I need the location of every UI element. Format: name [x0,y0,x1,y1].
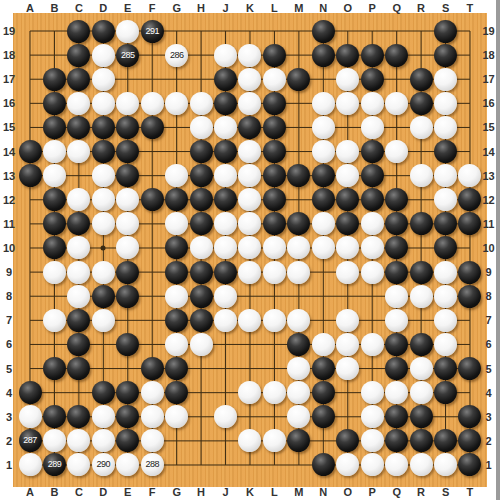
row-label: 15 [482,121,494,133]
row-label: 17 [3,73,15,85]
column-label: C [75,2,83,14]
move-number-label: 289 [48,460,62,469]
column-label: O [343,486,352,498]
black-stone-N19[interactable] [312,20,335,43]
black-stone-A4[interactable] [19,381,42,404]
white-stone-M9[interactable] [287,261,310,284]
column-label: B [50,2,58,14]
row-label: 1 [6,459,12,471]
black-stone-P14[interactable] [361,140,384,163]
row-label: 9 [485,266,491,278]
white-stone-G18[interactable]: 286 [165,44,188,67]
white-stone-J7[interactable] [214,309,237,332]
column-label: T [467,486,474,498]
black-stone-T9[interactable] [458,261,481,284]
row-label: 17 [482,73,494,85]
column-label: R [417,2,425,14]
black-stone-O18[interactable] [336,44,359,67]
black-stone-H9[interactable] [190,261,213,284]
black-stone-R3[interactable] [410,405,433,428]
black-stone-C18[interactable] [67,44,90,67]
column-label: H [197,2,205,14]
black-stone-F5[interactable] [141,357,164,380]
white-stone-R4[interactable] [410,381,433,404]
column-label: E [124,486,131,498]
black-stone-F12[interactable] [141,188,164,211]
white-stone-D18[interactable] [92,44,115,67]
black-stone-B5[interactable] [43,357,66,380]
white-stone-N6[interactable] [312,333,335,356]
white-stone-C9[interactable] [67,261,90,284]
white-stone-D12[interactable] [92,188,115,211]
row-label: 7 [6,314,12,326]
star-point [101,245,106,250]
row-label: 8 [485,290,491,302]
black-stone-L16[interactable] [263,92,286,115]
black-stone-L18[interactable] [263,44,286,67]
white-stone-N14[interactable] [312,140,335,163]
row-label: 7 [485,314,491,326]
row-label: 11 [3,218,15,230]
black-stone-A14[interactable] [19,140,42,163]
white-stone-S7[interactable] [434,309,457,332]
white-stone-S17[interactable] [434,68,457,91]
white-stone-D16[interactable] [92,92,115,115]
white-stone-L7[interactable] [263,309,286,332]
white-stone-O17[interactable] [336,68,359,91]
black-stone-A2[interactable]: 287 [19,429,42,452]
white-stone-Q16[interactable] [385,92,408,115]
row-label: 19 [482,25,494,37]
white-stone-P9[interactable] [361,261,384,284]
row-label: 5 [6,363,12,375]
white-stone-D13[interactable] [92,164,115,187]
white-stone-G8[interactable] [165,285,188,308]
row-label: 19 [3,25,15,37]
white-stone-B9[interactable] [43,261,66,284]
white-stone-H6[interactable] [190,333,213,356]
row-label: 8 [6,290,12,302]
column-label: R [417,486,425,498]
column-label: D [99,2,107,14]
black-stone-R6[interactable] [410,333,433,356]
black-stone-B16[interactable] [43,92,66,115]
black-stone-P12[interactable] [361,188,384,211]
white-stone-G6[interactable] [165,333,188,356]
move-number-label: 286 [170,51,184,60]
black-stone-L14[interactable] [263,140,286,163]
white-stone-P6[interactable] [361,333,384,356]
row-label: 16 [3,97,15,109]
black-stone-N5[interactable] [312,357,335,380]
black-stone-R11[interactable] [410,212,433,235]
black-stone-F15[interactable] [141,116,164,139]
black-stone-S14[interactable] [434,140,457,163]
column-label: N [319,486,327,498]
row-label: 13 [482,170,494,182]
row-label: 2 [485,435,491,447]
white-stone-J8[interactable] [214,285,237,308]
black-stone-E8[interactable] [116,285,139,308]
white-stone-R15[interactable] [410,116,433,139]
move-number-label: 285 [121,51,135,60]
window-edge-bar [496,0,500,500]
white-stone-H16[interactable] [190,92,213,115]
black-stone-H13[interactable] [190,164,213,187]
white-stone-D17[interactable] [92,68,115,91]
row-label: 4 [485,387,491,399]
row-label: 2 [6,435,12,447]
white-stone-S15[interactable] [434,116,457,139]
black-stone-Q6[interactable] [385,333,408,356]
black-stone-D15[interactable] [92,116,115,139]
black-stone-J9[interactable] [214,261,237,284]
row-label: 11 [483,218,495,230]
column-label: P [369,2,376,14]
black-stone-N4[interactable] [312,381,335,404]
black-stone-M17[interactable] [287,68,310,91]
white-stone-E19[interactable] [116,20,139,43]
row-label: 6 [485,338,491,350]
row-label: 18 [3,49,15,61]
column-label: J [222,2,228,14]
black-stone-A13[interactable] [19,164,42,187]
row-label: 6 [6,338,12,350]
white-stone-P15[interactable] [361,116,384,139]
white-stone-N16[interactable] [312,92,335,115]
black-stone-C17[interactable] [67,68,90,91]
column-label: K [246,2,254,14]
row-label: 1 [485,459,491,471]
black-stone-J14[interactable] [214,140,237,163]
white-stone-L17[interactable] [263,68,286,91]
white-stone-P3[interactable] [361,405,384,428]
white-stone-R8[interactable] [410,285,433,308]
column-label: T [467,2,474,14]
column-label: H [197,486,205,498]
column-label: C [75,486,83,498]
row-label: 15 [3,121,15,133]
black-stone-H8[interactable] [190,285,213,308]
white-stone-P11[interactable] [361,212,384,235]
column-label: B [50,486,58,498]
column-label: A [26,2,34,14]
white-stone-H10[interactable] [190,236,213,259]
black-stone-G9[interactable] [165,261,188,284]
white-stone-O9[interactable] [336,261,359,284]
black-stone-E18[interactable]: 285 [116,44,139,67]
row-label: 14 [3,146,15,158]
column-label: E [124,2,131,14]
column-label: Q [392,2,401,14]
white-stone-A3[interactable] [19,405,42,428]
column-label: N [319,2,327,14]
move-number-label: 287 [23,436,37,445]
white-stone-F4[interactable] [141,381,164,404]
white-stone-Q8[interactable] [385,285,408,308]
black-stone-H7[interactable] [190,309,213,332]
column-label: G [172,486,181,498]
black-stone-Q18[interactable] [385,44,408,67]
black-stone-S19[interactable] [434,20,457,43]
column-label: P [369,486,376,498]
row-label: 14 [482,146,494,158]
white-stone-R13[interactable] [410,164,433,187]
column-label: L [271,486,278,498]
row-label: 12 [482,194,494,206]
white-stone-S8[interactable] [434,285,457,308]
column-label: L [271,2,278,14]
black-stone-H14[interactable] [190,140,213,163]
white-stone-S6[interactable] [434,333,457,356]
white-stone-J15[interactable] [214,116,237,139]
black-stone-R9[interactable] [410,261,433,284]
white-stone-Q7[interactable] [385,309,408,332]
row-label: 3 [485,411,491,423]
white-stone-F16[interactable] [141,92,164,115]
black-stone-F19[interactable]: 291 [141,20,164,43]
row-label: 10 [3,242,15,254]
white-stone-R1[interactable] [410,453,433,476]
white-stone-P4[interactable] [361,381,384,404]
column-label: F [149,2,156,14]
black-stone-C19[interactable] [67,20,90,43]
white-stone-N15[interactable] [312,116,335,139]
column-label: Q [392,486,401,498]
white-stone-J18[interactable] [214,44,237,67]
column-label: M [294,2,303,14]
black-stone-J16[interactable] [214,92,237,115]
black-stone-R17[interactable] [410,68,433,91]
white-stone-H15[interactable] [190,116,213,139]
black-stone-B15[interactable] [43,116,66,139]
row-label: 9 [6,266,12,278]
black-stone-S5[interactable] [434,357,457,380]
white-stone-F3[interactable] [141,405,164,428]
white-stone-E16[interactable] [116,92,139,115]
black-stone-N18[interactable] [312,44,335,67]
black-stone-P13[interactable] [361,164,384,187]
white-stone-D7[interactable] [92,309,115,332]
white-stone-L4[interactable] [263,381,286,404]
column-label: D [99,486,107,498]
black-stone-N3[interactable] [312,405,335,428]
column-label: G [172,2,181,14]
black-stone-P17[interactable] [361,68,384,91]
black-stone-D8[interactable] [92,285,115,308]
white-stone-C8[interactable] [67,285,90,308]
black-stone-L13[interactable] [263,164,286,187]
black-stone-J17[interactable] [214,68,237,91]
black-stone-S18[interactable] [434,44,457,67]
white-stone-A1[interactable] [19,453,42,476]
white-stone-F2[interactable] [141,429,164,452]
column-label: S [442,2,449,14]
white-stone-B13[interactable] [43,164,66,187]
white-stone-P16[interactable] [361,92,384,115]
row-label: 5 [485,363,491,375]
black-stone-Q9[interactable] [385,261,408,284]
column-label: F [149,486,156,498]
white-stone-G16[interactable] [165,92,188,115]
move-number-label: 291 [145,27,159,36]
black-stone-D14[interactable] [92,140,115,163]
column-label: J [222,486,228,498]
column-label: M [294,486,303,498]
go-game-page: ABCDEFGHJKLMNOPQRST ABCDEFGHJKLMNOPQRST … [0,0,500,500]
black-stone-N12[interactable] [312,188,335,211]
row-label: 12 [3,194,15,206]
white-stone-B7[interactable] [43,309,66,332]
black-stone-N13[interactable] [312,164,335,187]
white-stone-O7[interactable] [336,309,359,332]
row-label: 13 [3,170,15,182]
black-stone-P18[interactable] [361,44,384,67]
white-stone-O16[interactable] [336,92,359,115]
black-stone-G7[interactable] [165,309,188,332]
row-label: 4 [6,387,12,399]
black-stone-H11[interactable] [190,212,213,235]
black-stone-R16[interactable] [410,92,433,115]
column-label: K [246,486,254,498]
row-label: 3 [6,411,12,423]
white-stone-D9[interactable] [92,261,115,284]
white-stone-B14[interactable] [43,140,66,163]
column-label: A [26,486,34,498]
column-label: O [343,2,352,14]
white-stone-P2[interactable] [361,429,384,452]
move-number-label: 288 [145,460,159,469]
move-number-label: 290 [97,460,111,469]
white-stone-K18[interactable] [238,44,261,67]
black-stone-D4[interactable] [92,381,115,404]
black-stone-E9[interactable] [116,261,139,284]
white-stone-S16[interactable] [434,92,457,115]
white-stone-K9[interactable] [238,261,261,284]
row-label: 16 [482,97,494,109]
row-label: 10 [482,242,494,254]
black-stone-R2[interactable] [410,429,433,452]
row-label: 18 [482,49,494,61]
white-stone-L9[interactable] [263,261,286,284]
black-stone-L15[interactable] [263,116,286,139]
white-stone-R5[interactable] [410,357,433,380]
white-stone-S9[interactable] [434,261,457,284]
white-stone-D3[interactable] [92,405,115,428]
black-stone-H12[interactable] [190,188,213,211]
black-stone-B17[interactable] [43,68,66,91]
column-label: S [442,486,449,498]
black-stone-D19[interactable] [92,20,115,43]
